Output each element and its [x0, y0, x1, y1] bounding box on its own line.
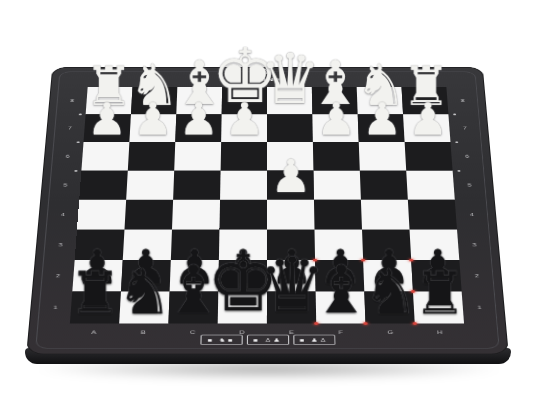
- square-b5[interactable]: [126, 171, 174, 200]
- square-h7[interactable]: ♟: [403, 114, 450, 142]
- board-scene: eONE ♜♞♝♚♛♝♞♜♟♟♟♟♟♟♟♟♟♟♟♟♟♟♟♟♜♞♝♚♛♝♞♜ AB…: [26, 67, 509, 354]
- square-c4[interactable]: [172, 200, 220, 230]
- square-e7[interactable]: [267, 114, 313, 142]
- product-photo: eONE ♜♞♝♚♛♝♞♜♟♟♟♟♟♟♟♟♟♟♟♟♟♟♟♟♜♞♝♚♛♝♞♜ AB…: [0, 0, 536, 402]
- square-h4[interactable]: [408, 200, 457, 230]
- square-e8[interactable]: ♛: [267, 87, 312, 114]
- square-g4[interactable]: [361, 200, 410, 230]
- square-g7[interactable]: ♟: [358, 114, 405, 142]
- square-h5[interactable]: [406, 171, 455, 200]
- square-a7[interactable]: ♟: [84, 114, 131, 142]
- square-h6[interactable]: [405, 142, 453, 170]
- square-f4[interactable]: [314, 200, 362, 230]
- square-a5[interactable]: [79, 171, 128, 200]
- white-pawn[interactable]: ♟: [132, 97, 172, 142]
- square-c6[interactable]: [174, 142, 221, 170]
- square-b7[interactable]: ♟: [129, 114, 176, 142]
- rank-label: 1: [472, 291, 487, 323]
- rank-label: 8: [65, 87, 79, 114]
- white-led-dot: [457, 170, 460, 172]
- square-e5[interactable]: ♟: [267, 171, 314, 200]
- white-pawn[interactable]: ♟: [362, 97, 402, 142]
- square-e4[interactable]: [267, 200, 315, 230]
- rank-label: 7: [63, 114, 77, 142]
- board-frame: eONE ♜♞♝♚♛♝♞♜♟♟♟♟♟♟♟♟♟♟♟♟♟♟♟♟♜♞♝♚♛♝♞♜ AB…: [26, 67, 509, 354]
- square-c7[interactable]: ♟: [175, 114, 221, 142]
- black-knight[interactable]: ♞: [362, 261, 417, 323]
- rank-label: 2: [470, 260, 485, 291]
- white-pawn[interactable]: ♟: [407, 97, 447, 142]
- white-pawn[interactable]: ♟: [224, 97, 264, 142]
- rank-label: 6: [61, 142, 75, 170]
- rank-label: 5: [462, 171, 476, 200]
- rank-label: 3: [53, 230, 68, 261]
- black-rook[interactable]: ♜: [413, 264, 466, 323]
- square-d6[interactable]: [221, 142, 267, 170]
- square-h1[interactable]: ♜: [413, 291, 464, 323]
- rank-label: 1: [48, 291, 63, 323]
- black-bishop[interactable]: ♝: [311, 257, 370, 323]
- square-a1[interactable]: ♜: [70, 291, 121, 323]
- square-a6[interactable]: [81, 142, 129, 170]
- rank-label: 6: [460, 142, 474, 170]
- chess-board: ♜♞♝♚♛♝♞♜♟♟♟♟♟♟♟♟♟♟♟♟♟♟♟♟♜♞♝♚♛♝♞♜: [70, 87, 464, 324]
- white-pawn[interactable]: ♟: [178, 97, 218, 142]
- square-e1[interactable]: ♛: [267, 291, 316, 323]
- square-d7[interactable]: ♟: [221, 114, 267, 142]
- white-pawn[interactable]: ♟: [270, 153, 311, 199]
- square-f7[interactable]: ♟: [312, 114, 358, 142]
- square-d4[interactable]: [219, 200, 267, 230]
- rank-label: 4: [56, 200, 70, 230]
- square-g1[interactable]: ♞: [364, 291, 414, 323]
- white-pawn[interactable]: ♟: [86, 97, 126, 142]
- square-f1[interactable]: ♝: [316, 291, 366, 323]
- square-d5[interactable]: [220, 171, 267, 200]
- white-pawn[interactable]: ♟: [316, 97, 356, 142]
- rank-label: 4: [465, 200, 479, 230]
- square-g5[interactable]: [360, 171, 408, 200]
- square-b6[interactable]: [128, 142, 175, 170]
- white-led-dot: [453, 114, 456, 116]
- square-f6[interactable]: [313, 142, 360, 170]
- square-b4[interactable]: [124, 200, 173, 230]
- rank-label: 8: [456, 87, 470, 114]
- rank-label: 3: [467, 230, 482, 261]
- square-g6[interactable]: [359, 142, 406, 170]
- white-led-dot: [455, 141, 458, 143]
- square-f5[interactable]: [313, 171, 360, 200]
- black-rook[interactable]: ♜: [68, 264, 121, 323]
- rank-label: 5: [58, 171, 72, 200]
- rank-label: 2: [51, 260, 66, 291]
- square-b1[interactable]: ♞: [119, 291, 169, 323]
- rank-label: 7: [458, 114, 472, 142]
- square-c5[interactable]: [173, 171, 220, 200]
- square-a4[interactable]: [77, 200, 126, 230]
